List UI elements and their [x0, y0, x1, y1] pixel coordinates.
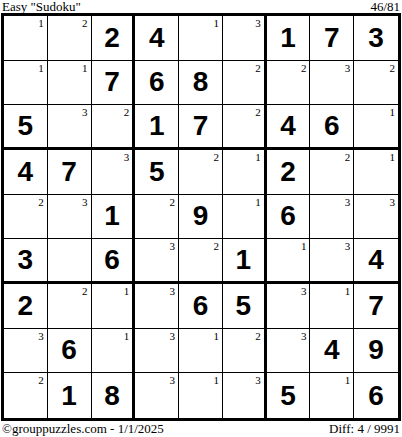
- cell-r1c9[interactable]: 3: [354, 16, 398, 61]
- pencil-mark: 2: [213, 150, 219, 164]
- cell-r8c7[interactable]: 3: [267, 329, 311, 374]
- cell-r5c3[interactable]: 1: [92, 195, 136, 240]
- cell-r2c3[interactable]: 7: [92, 61, 136, 106]
- given-digit: 2: [267, 150, 310, 194]
- cell-r7c6[interactable]: 5: [223, 284, 267, 329]
- cell-r1c5[interactable]: 1: [179, 16, 223, 61]
- cell-r7c4[interactable]: 3: [135, 284, 179, 329]
- difficulty-text: Diff: 4 / 9991: [329, 421, 400, 436]
- cell-r5c7[interactable]: 6: [267, 195, 311, 240]
- puzzle-page: Easy "Sudoku" 46/81 12241317311768223253…: [0, 0, 402, 437]
- cell-r4c6[interactable]: 1: [223, 150, 267, 195]
- cell-r6c4[interactable]: 3: [135, 239, 179, 284]
- pencil-mark: 2: [213, 239, 219, 253]
- cell-r3c7[interactable]: 4: [267, 105, 311, 150]
- cell-r2c6[interactable]: 2: [223, 61, 267, 106]
- cell-r7c8[interactable]: 1: [310, 284, 354, 329]
- cell-r2c1[interactable]: 1: [4, 61, 48, 106]
- pencil-mark: 3: [170, 284, 176, 298]
- cell-r8c4[interactable]: 3: [135, 329, 179, 374]
- pencil-mark: 1: [345, 373, 351, 387]
- given-digit: 5: [4, 105, 47, 147]
- pencil-mark: 3: [170, 373, 176, 387]
- given-digit: 1: [48, 373, 91, 418]
- pencil-mark: 2: [390, 61, 396, 75]
- cell-r3c3[interactable]: 2: [92, 105, 136, 150]
- given-digit: 3: [4, 239, 47, 281]
- pencil-mark: 2: [124, 105, 130, 119]
- cell-r7c7[interactable]: 3: [267, 284, 311, 329]
- given-digit: 4: [4, 150, 47, 194]
- pencil-mark: 3: [301, 329, 307, 343]
- given-digit: 9: [179, 195, 222, 239]
- cell-counter: 46/81: [370, 0, 400, 13]
- cell-r2c7[interactable]: 2: [267, 61, 311, 106]
- pencil-mark: 2: [82, 284, 88, 298]
- cell-r2c4[interactable]: 6: [135, 61, 179, 106]
- given-digit: 5: [267, 373, 310, 418]
- given-digit: 7: [179, 105, 222, 147]
- pencil-mark: 3: [38, 329, 44, 343]
- cell-r4c1[interactable]: 4: [4, 150, 48, 195]
- pencil-mark: 1: [124, 284, 130, 298]
- pencil-mark: 2: [38, 195, 44, 209]
- given-digit: 9: [354, 329, 398, 373]
- cell-r2c2[interactable]: 1: [48, 61, 92, 106]
- cell-r6c7[interactable]: 1: [267, 239, 311, 284]
- cell-r8c1[interactable]: 3: [4, 329, 48, 374]
- cell-r4c4[interactable]: 5: [135, 150, 179, 195]
- pencil-mark: 2: [255, 61, 261, 75]
- given-digit: 4: [135, 16, 178, 60]
- pencil-mark: 3: [82, 195, 88, 209]
- pencil-mark: 3: [255, 16, 261, 30]
- cell-r8c5[interactable]: 1: [179, 329, 223, 374]
- given-digit: 2: [92, 16, 133, 60]
- pencil-mark: 3: [345, 195, 351, 209]
- cell-r5c8[interactable]: 3: [310, 195, 354, 240]
- pencil-mark: 3: [124, 150, 130, 164]
- cell-r4c8[interactable]: 2: [310, 150, 354, 195]
- sudoku-board: 1224131731176822325321724614735212212312…: [1, 13, 401, 421]
- header: Easy "Sudoku" 46/81: [2, 0, 400, 13]
- cell-r7c5[interactable]: 6: [179, 284, 223, 329]
- cell-r1c8[interactable]: 7: [310, 16, 354, 61]
- pencil-mark: 1: [213, 373, 219, 387]
- cell-r6c9[interactable]: 4: [354, 239, 398, 284]
- cell-r8c2[interactable]: 6: [48, 329, 92, 374]
- pencil-mark: 1: [301, 239, 307, 253]
- cell-r1c6[interactable]: 3: [223, 16, 267, 61]
- cell-r8c6[interactable]: 2: [223, 329, 267, 374]
- given-digit: 6: [354, 373, 398, 418]
- pencil-mark: 2: [255, 105, 261, 119]
- cell-r5c1[interactable]: 2: [4, 195, 48, 240]
- cell-r6c5[interactable]: 2: [179, 239, 223, 284]
- cell-r5c4[interactable]: 2: [135, 195, 179, 240]
- given-digit: 6: [48, 329, 91, 373]
- pencil-mark: 1: [38, 61, 44, 75]
- cell-r3c5[interactable]: 7: [179, 105, 223, 150]
- cell-r1c2[interactable]: 2: [48, 16, 92, 61]
- cell-r4c7[interactable]: 2: [267, 150, 311, 195]
- cell-r9c9[interactable]: 6: [354, 373, 398, 418]
- cell-r1c7[interactable]: 1: [267, 16, 311, 61]
- given-digit: 1: [223, 239, 264, 281]
- given-digit: 8: [92, 373, 133, 418]
- given-digit: 5: [223, 284, 264, 328]
- cell-r3c2[interactable]: 3: [48, 105, 92, 150]
- pencil-mark: 1: [82, 61, 88, 75]
- cell-r9c5[interactable]: 1: [179, 373, 223, 418]
- cell-r8c8[interactable]: 4: [310, 329, 354, 374]
- cell-r8c3[interactable]: 1: [92, 329, 136, 374]
- cell-r5c2[interactable]: 3: [48, 195, 92, 240]
- cell-r7c2[interactable]: 2: [48, 284, 92, 329]
- pencil-mark: 1: [255, 195, 261, 209]
- cell-r1c4[interactable]: 4: [135, 16, 179, 61]
- given-digit: 7: [310, 16, 353, 60]
- cell-r2c5[interactable]: 8: [179, 61, 223, 106]
- cell-r7c9[interactable]: 7: [354, 284, 398, 329]
- pencil-mark: 3: [345, 239, 351, 253]
- pencil-mark: 3: [345, 61, 351, 75]
- cell-r9c2[interactable]: 1: [48, 373, 92, 418]
- pencil-mark: 3: [82, 105, 88, 119]
- given-digit: 5: [135, 150, 178, 194]
- cell-r4c3[interactable]: 3: [92, 150, 136, 195]
- cell-r5c5[interactable]: 9: [179, 195, 223, 240]
- given-digit: 6: [310, 105, 353, 147]
- cell-r6c3[interactable]: 6: [92, 239, 136, 284]
- cell-r6c2[interactable]: [48, 239, 92, 284]
- cell-r2c9[interactable]: 2: [354, 61, 398, 106]
- pencil-mark: 1: [124, 329, 130, 343]
- cell-r1c1[interactable]: 1: [4, 16, 48, 61]
- given-digit: 1: [92, 195, 133, 239]
- page-title: Easy "Sudoku": [2, 0, 81, 13]
- cell-r8c9[interactable]: 9: [354, 329, 398, 374]
- cell-r1c3[interactable]: 2: [92, 16, 136, 61]
- cell-r2c8[interactable]: 3: [310, 61, 354, 106]
- pencil-mark: 3: [301, 284, 307, 298]
- pencil-mark: 3: [170, 329, 176, 343]
- pencil-mark: 3: [390, 195, 396, 209]
- given-digit: 7: [48, 150, 91, 194]
- cell-r4c2[interactable]: 7: [48, 150, 92, 195]
- cell-r6c1[interactable]: 3: [4, 239, 48, 284]
- given-digit: 6: [179, 284, 222, 328]
- pencil-mark: 1: [390, 150, 396, 164]
- pencil-mark: 1: [345, 284, 351, 298]
- given-digit: 6: [135, 61, 178, 105]
- pencil-mark: 2: [170, 195, 176, 209]
- given-digit: 7: [92, 61, 133, 105]
- given-digit: 3: [354, 16, 398, 60]
- pencil-mark: 3: [255, 373, 261, 387]
- cell-r3c8[interactable]: 6: [310, 105, 354, 150]
- cell-r5c6[interactable]: 1: [223, 195, 267, 240]
- pencil-mark: 2: [38, 373, 44, 387]
- given-digit: 1: [267, 16, 310, 60]
- pencil-mark: 1: [38, 16, 44, 30]
- cell-r6c8[interactable]: 3: [310, 239, 354, 284]
- cell-r9c7[interactable]: 5: [267, 373, 311, 418]
- pencil-mark: 3: [170, 239, 176, 253]
- cell-r7c3[interactable]: 1: [92, 284, 136, 329]
- cell-r7c1[interactable]: 2: [4, 284, 48, 329]
- given-digit: 4: [310, 329, 353, 373]
- cell-r9c1[interactable]: 2: [4, 373, 48, 418]
- cell-r6c6[interactable]: 1: [223, 239, 267, 284]
- pencil-mark: 1: [255, 150, 261, 164]
- given-digit: 4: [354, 239, 398, 281]
- pencil-mark: 1: [213, 16, 219, 30]
- given-digit: 2: [4, 284, 47, 328]
- pencil-mark: 1: [390, 105, 396, 119]
- cell-r9c3[interactable]: 8: [92, 373, 136, 418]
- cell-r4c5[interactable]: 2: [179, 150, 223, 195]
- pencil-mark: 2: [82, 16, 88, 30]
- cell-r5c9[interactable]: 3: [354, 195, 398, 240]
- footer: ©grouppuzzles.com - 1/1/2025 Diff: 4 / 9…: [2, 421, 400, 436]
- copyright-text: ©grouppuzzles.com - 1/1/2025: [2, 421, 164, 436]
- cell-r3c9[interactable]: 1: [354, 105, 398, 150]
- pencil-mark: 2: [301, 61, 307, 75]
- cell-r9c4[interactable]: 3: [135, 373, 179, 418]
- pencil-mark: 2: [345, 150, 351, 164]
- given-digit: 4: [267, 105, 310, 147]
- given-digit: 6: [92, 239, 133, 281]
- given-digit: 8: [179, 61, 222, 105]
- given-digit: 7: [354, 284, 398, 328]
- given-digit: 6: [267, 195, 310, 239]
- cell-r9c8[interactable]: 1: [310, 373, 354, 418]
- pencil-mark: 2: [255, 329, 261, 343]
- cell-r3c6[interactable]: 2: [223, 105, 267, 150]
- cell-r9c6[interactable]: 3: [223, 373, 267, 418]
- given-digit: 1: [135, 105, 178, 147]
- cell-r3c1[interactable]: 5: [4, 105, 48, 150]
- cell-r3c4[interactable]: 1: [135, 105, 179, 150]
- cell-r4c9[interactable]: 1: [354, 150, 398, 195]
- pencil-mark: 1: [213, 329, 219, 343]
